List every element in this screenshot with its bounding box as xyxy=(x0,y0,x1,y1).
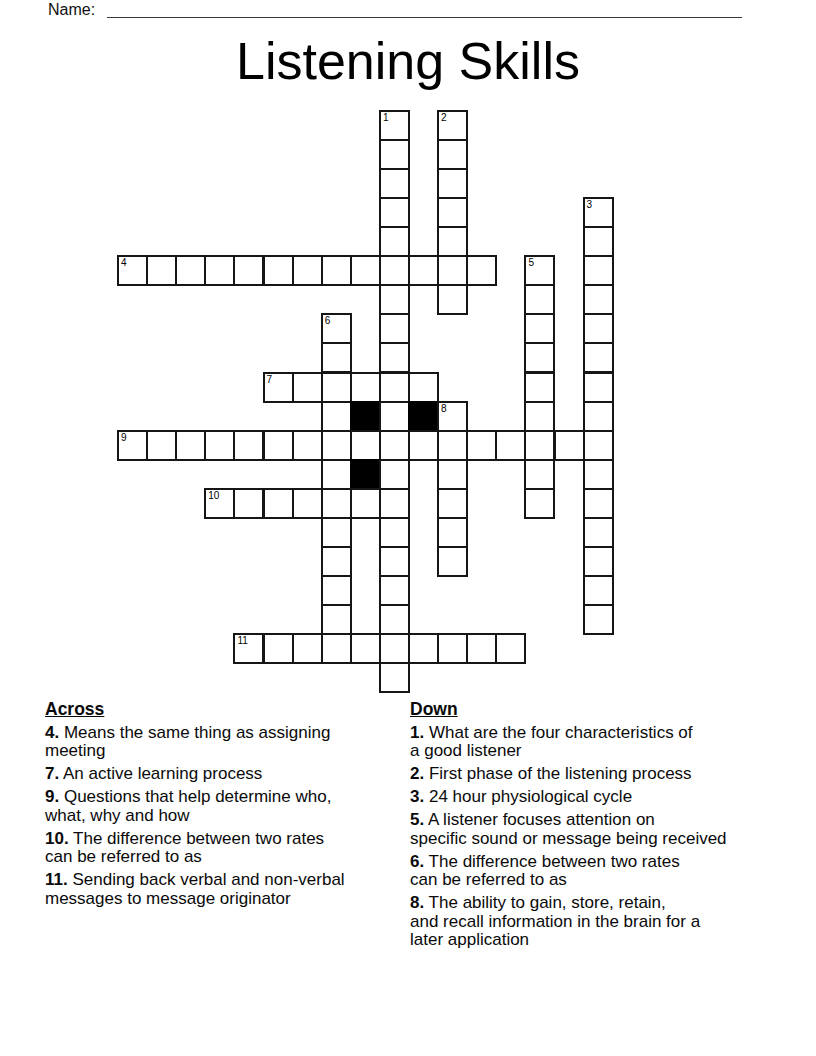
grid-cell[interactable] xyxy=(554,430,585,461)
grid-cell[interactable] xyxy=(466,430,497,461)
grid-cell[interactable]: 2 xyxy=(437,110,468,141)
clue-down-3: 3. 24 hour physiological cycle xyxy=(410,788,784,807)
grid-cell[interactable] xyxy=(292,430,323,461)
grid-cell[interactable]: 1 xyxy=(379,110,410,141)
grid-cell[interactable] xyxy=(321,255,352,286)
grid-cell[interactable] xyxy=(321,459,352,490)
grid-cell[interactable] xyxy=(321,604,352,635)
blocked-cell xyxy=(350,401,381,432)
grid-cell[interactable] xyxy=(495,430,526,461)
cell-clue-number: 9 xyxy=(121,432,127,443)
grid-cell[interactable] xyxy=(350,255,381,286)
grid-cell[interactable] xyxy=(175,430,206,461)
grid-cell[interactable] xyxy=(379,575,410,606)
down-header: Down xyxy=(410,700,784,719)
clue-down-5: 5. A listener focuses attention on speci… xyxy=(410,811,784,848)
grid-cell[interactable]: 8 xyxy=(437,401,468,432)
grid-cell[interactable] xyxy=(408,255,439,286)
clue-text: First phase of the listening process xyxy=(429,764,692,783)
grid-cell[interactable]: 3 xyxy=(583,197,614,228)
grid-cell[interactable] xyxy=(379,372,410,403)
grid-cell[interactable] xyxy=(524,459,555,490)
grid-cell[interactable] xyxy=(583,575,614,606)
grid-cell[interactable] xyxy=(379,197,410,228)
clue-text: What are the four characteristics of a g… xyxy=(410,723,693,761)
clue-text: 24 hour physiological cycle xyxy=(429,787,632,806)
clue-text: Sending back verbal and non-verbal messa… xyxy=(45,870,345,908)
grid-cell[interactable] xyxy=(263,255,294,286)
clue-down-2: 2. First phase of the listening process xyxy=(410,765,784,784)
grid-cell[interactable] xyxy=(321,633,352,664)
grid-cell[interactable] xyxy=(379,284,410,315)
grid-cell[interactable] xyxy=(437,488,468,519)
grid-cell[interactable] xyxy=(524,342,555,373)
clue-number: 8. xyxy=(410,893,424,912)
clue-number: 1. xyxy=(410,723,424,742)
grid-cell[interactable] xyxy=(437,517,468,548)
grid-cell[interactable] xyxy=(495,633,526,664)
grid-cell[interactable] xyxy=(583,226,614,257)
grid-cell[interactable] xyxy=(379,255,410,286)
grid-cell[interactable] xyxy=(379,517,410,548)
clue-across-7: 7. An active learning process xyxy=(45,765,397,784)
clue-down-8: 8. The ability to gain, store, retain, a… xyxy=(410,894,784,950)
grid-cell[interactable] xyxy=(204,430,235,461)
clue-text: Questions that help determine who, what,… xyxy=(45,787,331,825)
grid-cell[interactable] xyxy=(408,372,439,403)
grid-cell[interactable] xyxy=(321,342,352,373)
clue-down-1: 1. What are the four characteristics of … xyxy=(410,724,784,761)
grid-cell[interactable] xyxy=(583,517,614,548)
across-clues: Across 4. Means the same thing as assign… xyxy=(45,700,397,913)
cell-clue-number: 3 xyxy=(587,199,593,210)
cell-clue-number: 8 xyxy=(441,403,447,414)
grid-cell[interactable]: 10 xyxy=(204,488,235,519)
grid-cell[interactable] xyxy=(292,372,323,403)
grid-cell[interactable] xyxy=(350,633,381,664)
cell-clue-number: 4 xyxy=(121,257,127,268)
clue-across-11: 11. Sending back verbal and non-verbal m… xyxy=(45,871,397,908)
clue-text: The difference between two rates can be … xyxy=(410,852,680,890)
clue-across-9: 9. Questions that help determine who, wh… xyxy=(45,788,397,825)
grid-cell[interactable] xyxy=(437,139,468,170)
grid-cell[interactable] xyxy=(466,255,497,286)
clue-number: 7. xyxy=(45,764,59,783)
clue-number: 11. xyxy=(45,870,68,889)
clue-number: 3. xyxy=(410,787,424,806)
grid-cell[interactable] xyxy=(233,488,264,519)
clue-number: 6. xyxy=(410,852,424,871)
grid-cell[interactable] xyxy=(583,604,614,635)
clue-text: Means the same thing as assigning meetin… xyxy=(45,723,330,761)
grid-cell[interactable] xyxy=(583,430,614,461)
clue-number: 9. xyxy=(45,787,59,806)
grid-cell[interactable] xyxy=(524,401,555,432)
grid-cell[interactable] xyxy=(437,284,468,315)
grid-cell[interactable] xyxy=(263,488,294,519)
grid-cell[interactable] xyxy=(524,430,555,461)
grid-cell[interactable] xyxy=(379,459,410,490)
grid-cell[interactable] xyxy=(263,633,294,664)
grid-cell[interactable] xyxy=(379,226,410,257)
grid-cell[interactable] xyxy=(379,604,410,635)
grid-cell[interactable] xyxy=(321,372,352,403)
grid-cell[interactable] xyxy=(379,488,410,519)
name-blank-line[interactable] xyxy=(107,0,742,18)
across-header: Across xyxy=(45,700,397,719)
grid-cell[interactable] xyxy=(379,633,410,664)
grid-cell[interactable] xyxy=(437,226,468,257)
grid-cell[interactable] xyxy=(379,168,410,199)
grid-cell[interactable] xyxy=(321,517,352,548)
grid-cell[interactable] xyxy=(379,313,410,344)
clue-text: The difference between two rates can be … xyxy=(45,829,324,867)
clue-text: The ability to gain, store, retain, and … xyxy=(410,893,700,949)
grid-cell[interactable] xyxy=(379,430,410,461)
cell-clue-number: 10 xyxy=(208,490,219,501)
clue-text: A listener focuses attention on specific… xyxy=(410,810,727,848)
cell-clue-number: 7 xyxy=(267,374,273,385)
grid-cell[interactable] xyxy=(379,546,410,577)
grid-cell[interactable] xyxy=(583,255,614,286)
name-row: Name: xyxy=(48,1,748,21)
crossword-grid: 1234567891011 xyxy=(117,110,615,694)
grid-cell[interactable] xyxy=(437,633,468,664)
grid-cell[interactable] xyxy=(437,168,468,199)
grid-cell[interactable] xyxy=(379,401,410,432)
grid-cell[interactable] xyxy=(146,255,177,286)
grid-cell[interactable]: 5 xyxy=(524,255,555,286)
clue-across-10: 10. The difference between two rates can… xyxy=(45,830,397,867)
grid-cell[interactable] xyxy=(350,488,381,519)
grid-cell[interactable] xyxy=(379,342,410,373)
grid-cell[interactable] xyxy=(524,313,555,344)
grid-cell[interactable] xyxy=(321,546,352,577)
puzzle-title: Listening Skills xyxy=(0,33,816,89)
grid-cell[interactable] xyxy=(292,633,323,664)
grid-cell[interactable] xyxy=(583,546,614,577)
grid-cell[interactable]: 7 xyxy=(263,372,294,403)
grid-cell[interactable] xyxy=(524,284,555,315)
grid-cell[interactable] xyxy=(583,401,614,432)
grid-cell[interactable] xyxy=(379,139,410,170)
cell-clue-number: 6 xyxy=(325,315,331,326)
clue-number: 5. xyxy=(410,810,424,829)
grid-cell[interactable]: 11 xyxy=(233,633,264,664)
grid-cell[interactable] xyxy=(408,633,439,664)
grid-cell[interactable] xyxy=(233,255,264,286)
cell-clue-number: 1 xyxy=(383,112,389,123)
grid-cell[interactable] xyxy=(583,372,614,403)
down-clues: Down 1. What are the four characteristic… xyxy=(410,700,784,954)
grid-cell[interactable] xyxy=(350,430,381,461)
grid-cell[interactable] xyxy=(524,372,555,403)
grid-cell[interactable] xyxy=(379,662,410,693)
blocked-cell xyxy=(408,401,439,432)
grid-cell[interactable] xyxy=(437,459,468,490)
grid-cell[interactable] xyxy=(175,255,206,286)
grid-cell[interactable] xyxy=(292,488,323,519)
grid-cell[interactable] xyxy=(583,284,614,315)
grid-cell[interactable] xyxy=(263,430,294,461)
clue-down-6: 6. The difference between two rates can … xyxy=(410,853,784,890)
grid-cell[interactable] xyxy=(524,488,555,519)
clue-number: 2. xyxy=(410,764,424,783)
clue-across-4: 4. Means the same thing as assigning mee… xyxy=(45,724,397,761)
clue-text: An active learning process xyxy=(63,764,262,783)
clue-number: 4. xyxy=(45,723,59,742)
grid-cell[interactable] xyxy=(583,313,614,344)
grid-cell[interactable] xyxy=(321,488,352,519)
grid-cell[interactable] xyxy=(437,546,468,577)
grid-cell[interactable] xyxy=(437,197,468,228)
grid-cell[interactable] xyxy=(292,255,323,286)
grid-cell[interactable] xyxy=(321,430,352,461)
grid-cell[interactable] xyxy=(466,633,497,664)
grid-cell[interactable] xyxy=(233,430,264,461)
grid-cell[interactable] xyxy=(437,430,468,461)
grid-cell[interactable] xyxy=(583,459,614,490)
grid-cell[interactable] xyxy=(408,430,439,461)
grid-cell[interactable] xyxy=(321,575,352,606)
grid-cell[interactable] xyxy=(350,372,381,403)
grid-cell[interactable]: 9 xyxy=(117,430,148,461)
grid-cell[interactable]: 4 xyxy=(117,255,148,286)
cell-clue-number: 2 xyxy=(441,112,447,123)
grid-cell[interactable]: 6 xyxy=(321,313,352,344)
cell-clue-number: 11 xyxy=(237,635,247,646)
grid-cell[interactable] xyxy=(321,401,352,432)
clue-number: 10. xyxy=(45,829,69,848)
grid-cell[interactable] xyxy=(204,255,235,286)
cell-clue-number: 5 xyxy=(528,257,534,268)
grid-cell[interactable] xyxy=(583,488,614,519)
grid-cell[interactable] xyxy=(583,342,614,373)
name-label: Name: xyxy=(48,1,95,18)
blocked-cell xyxy=(350,459,381,490)
grid-cell[interactable] xyxy=(146,430,177,461)
grid-cell[interactable] xyxy=(437,255,468,286)
